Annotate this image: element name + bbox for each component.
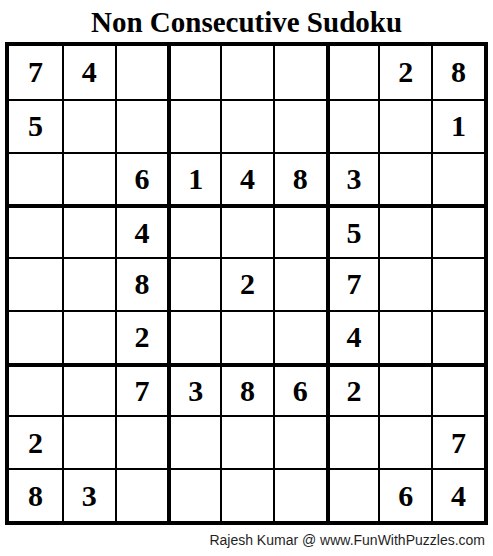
page-title: Non Consecutive Sudoku bbox=[0, 6, 493, 39]
cell-r7c4: 3 bbox=[167, 363, 220, 416]
cell-r3c4: 1 bbox=[167, 152, 220, 205]
cell-r7c6: 6 bbox=[273, 363, 326, 416]
cell-r5c7: 7 bbox=[326, 257, 379, 310]
cell-r9c1: 8 bbox=[9, 468, 62, 521]
cell-r1c6[interactable] bbox=[273, 46, 326, 99]
cell-r2c2[interactable] bbox=[62, 99, 115, 152]
cell-r1c1: 7 bbox=[9, 46, 62, 99]
cell-r3c8[interactable] bbox=[378, 152, 431, 205]
cell-r6c9[interactable] bbox=[431, 310, 484, 363]
cell-r2c5[interactable] bbox=[220, 99, 273, 152]
cell-r6c3: 2 bbox=[115, 310, 168, 363]
cell-r9c5[interactable] bbox=[220, 468, 273, 521]
cell-r1c8: 2 bbox=[378, 46, 431, 99]
cell-r8c3[interactable] bbox=[115, 415, 168, 468]
sudoku-board: 74285161483458272473862278364 bbox=[5, 42, 488, 525]
cell-r9c3[interactable] bbox=[115, 468, 168, 521]
cell-r3c2[interactable] bbox=[62, 152, 115, 205]
cell-r8c6[interactable] bbox=[273, 415, 326, 468]
cell-r7c5: 8 bbox=[220, 363, 273, 416]
cell-r7c3: 7 bbox=[115, 363, 168, 416]
cell-r9c6[interactable] bbox=[273, 468, 326, 521]
cell-r4c5[interactable] bbox=[220, 204, 273, 257]
cell-r6c6[interactable] bbox=[273, 310, 326, 363]
cell-r5c9[interactable] bbox=[431, 257, 484, 310]
cell-r6c5[interactable] bbox=[220, 310, 273, 363]
cell-r3c1[interactable] bbox=[9, 152, 62, 205]
cell-r4c6[interactable] bbox=[273, 204, 326, 257]
cell-r2c8[interactable] bbox=[378, 99, 431, 152]
cell-r1c9: 8 bbox=[431, 46, 484, 99]
cell-r7c8[interactable] bbox=[378, 363, 431, 416]
cell-r1c2: 4 bbox=[62, 46, 115, 99]
cell-r8c1: 2 bbox=[9, 415, 62, 468]
cell-r9c8: 6 bbox=[378, 468, 431, 521]
cell-r4c7: 5 bbox=[326, 204, 379, 257]
cell-r8c4[interactable] bbox=[167, 415, 220, 468]
cell-r7c2[interactable] bbox=[62, 363, 115, 416]
cell-r8c2[interactable] bbox=[62, 415, 115, 468]
cell-r8c9: 7 bbox=[431, 415, 484, 468]
cell-r6c4[interactable] bbox=[167, 310, 220, 363]
cell-r5c8[interactable] bbox=[378, 257, 431, 310]
cell-r9c4[interactable] bbox=[167, 468, 220, 521]
cell-r6c2[interactable] bbox=[62, 310, 115, 363]
cell-r1c5[interactable] bbox=[220, 46, 273, 99]
cell-r3c3: 6 bbox=[115, 152, 168, 205]
cell-r6c8[interactable] bbox=[378, 310, 431, 363]
cell-r8c7[interactable] bbox=[326, 415, 379, 468]
cell-r8c5[interactable] bbox=[220, 415, 273, 468]
cell-r4c2[interactable] bbox=[62, 204, 115, 257]
cell-r5c4[interactable] bbox=[167, 257, 220, 310]
cell-r1c3[interactable] bbox=[115, 46, 168, 99]
cell-r7c7: 2 bbox=[326, 363, 379, 416]
cell-r2c4[interactable] bbox=[167, 99, 220, 152]
cell-r7c9[interactable] bbox=[431, 363, 484, 416]
cell-r9c2: 3 bbox=[62, 468, 115, 521]
cell-r6c1[interactable] bbox=[9, 310, 62, 363]
cell-r4c3: 4 bbox=[115, 204, 168, 257]
cell-r6c7: 4 bbox=[326, 310, 379, 363]
cell-r3c7: 3 bbox=[326, 152, 379, 205]
cell-r2c9: 1 bbox=[431, 99, 484, 152]
cell-r4c8[interactable] bbox=[378, 204, 431, 257]
cell-r2c1: 5 bbox=[9, 99, 62, 152]
cell-r2c3[interactable] bbox=[115, 99, 168, 152]
cell-r5c1[interactable] bbox=[9, 257, 62, 310]
cell-r2c6[interactable] bbox=[273, 99, 326, 152]
cell-r5c5: 2 bbox=[220, 257, 273, 310]
cell-r2c7[interactable] bbox=[326, 99, 379, 152]
cell-r3c6: 8 bbox=[273, 152, 326, 205]
cell-r4c1[interactable] bbox=[9, 204, 62, 257]
cell-r5c2[interactable] bbox=[62, 257, 115, 310]
cell-r4c9[interactable] bbox=[431, 204, 484, 257]
cell-r9c9: 4 bbox=[431, 468, 484, 521]
cell-r3c5: 4 bbox=[220, 152, 273, 205]
cell-r7c1[interactable] bbox=[9, 363, 62, 416]
cell-r8c8[interactable] bbox=[378, 415, 431, 468]
cell-r5c3: 8 bbox=[115, 257, 168, 310]
cell-r9c7[interactable] bbox=[326, 468, 379, 521]
cell-r5c6[interactable] bbox=[273, 257, 326, 310]
cell-r4c4[interactable] bbox=[167, 204, 220, 257]
cell-r3c9[interactable] bbox=[431, 152, 484, 205]
cell-r1c4[interactable] bbox=[167, 46, 220, 99]
cell-r1c7[interactable] bbox=[326, 46, 379, 99]
credit-line: Rajesh Kumar @ www.FunWithPuzzles.com bbox=[0, 532, 493, 548]
